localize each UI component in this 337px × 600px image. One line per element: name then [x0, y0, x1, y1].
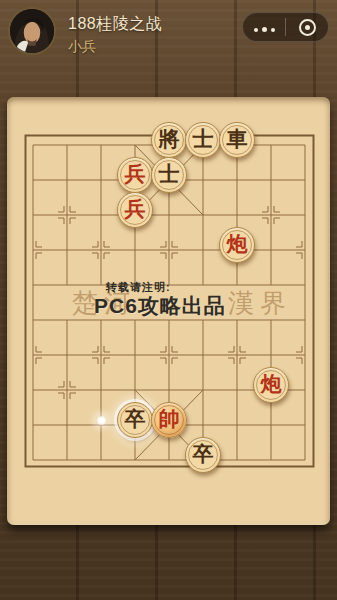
piece-炮-red[interactable]: 炮	[253, 367, 289, 403]
miniprogram-capsule	[242, 12, 329, 42]
piece-glyph: 炮	[261, 374, 282, 395]
piece-glyph: 帥	[159, 409, 180, 430]
avatar-portrait	[10, 9, 54, 53]
piece-glyph: 卒	[193, 444, 214, 465]
piece-卒-black[interactable]: 卒	[117, 402, 153, 438]
piece-車-black[interactable]: 車	[219, 122, 255, 158]
piece-兵-red[interactable]: 兵	[117, 157, 153, 193]
footer-bar: 14 UCBUG游戏网 .com	[0, 525, 337, 600]
piece-glyph: 士	[159, 164, 180, 185]
piece-士-black[interactable]: 士	[185, 122, 221, 158]
app-background: 188桂陵之战 小兵 楚河 漢界 將士車兵士兵炮炮卒帥卒 转载请注明: PC6攻…	[0, 0, 337, 600]
more-button[interactable]	[243, 13, 285, 41]
piece-glyph: 兵	[125, 164, 146, 185]
more-dots-icon	[252, 18, 277, 36]
player-avatar[interactable]	[8, 7, 56, 55]
piece-glyph: 兵	[125, 199, 146, 220]
page-title: 188桂陵之战	[68, 14, 162, 35]
piece-卒-black[interactable]: 卒	[185, 437, 221, 473]
watermark-brand: PC6攻略出品	[94, 292, 226, 320]
piece-glyph: 炮	[227, 234, 248, 255]
target-circle-icon	[299, 19, 316, 36]
piece-士-black[interactable]: 士	[151, 157, 187, 193]
piece-炮-red[interactable]: 炮	[219, 227, 255, 263]
last-move-origin-dot	[96, 415, 107, 426]
piece-帥-red[interactable]: 帥	[151, 402, 187, 438]
piece-兵-red[interactable]: 兵	[117, 192, 153, 228]
piece-glyph: 士	[193, 129, 214, 150]
piece-glyph: 卒	[125, 409, 146, 430]
river-text-right: 漢界	[228, 289, 292, 318]
piece-glyph: 將	[159, 129, 180, 150]
close-button[interactable]	[286, 13, 328, 41]
piece-將-black[interactable]: 將	[151, 122, 187, 158]
piece-glyph: 車	[227, 129, 248, 150]
header-bar: 188桂陵之战 小兵	[0, 0, 337, 97]
player-name: 小兵	[68, 38, 96, 56]
